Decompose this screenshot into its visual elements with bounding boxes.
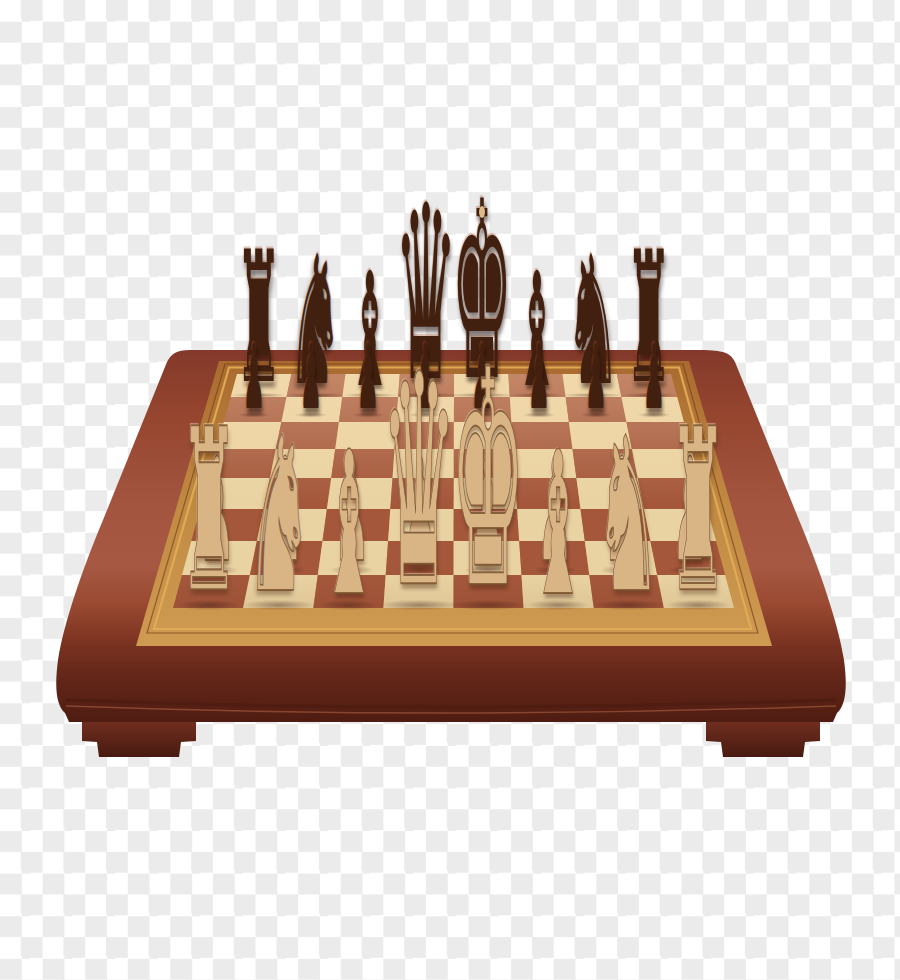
queen-glyph: ♛ bbox=[394, 173, 457, 415]
piece-shadow bbox=[176, 600, 242, 611]
king-glyph: ♚ bbox=[451, 331, 526, 630]
piece-shadow bbox=[637, 412, 671, 417]
piece-shadow bbox=[579, 412, 613, 417]
knight-glyph: ♞ bbox=[594, 410, 662, 624]
knight-glyph: ♞ bbox=[565, 232, 621, 411]
piece-shadow bbox=[665, 600, 731, 611]
pawn-glyph: ♟ bbox=[528, 333, 550, 423]
pawn-glyph: ♟ bbox=[414, 333, 436, 423]
pawn-glyph: ♟ bbox=[642, 333, 664, 423]
pieces-layer: ♜♞♝♛♚♝♞♜♟♟♟♟♟♟♟♟♟♟♟♟♟♟♟♟♜♞♝♛♚♝♞♜ bbox=[0, 0, 900, 980]
pawn-glyph: ♟ bbox=[471, 333, 493, 423]
pawn-glyph: ♟ bbox=[267, 438, 302, 582]
bishop-glyph: ♝ bbox=[321, 425, 377, 623]
rook-glyph: ♜ bbox=[180, 399, 238, 623]
pawn-glyph: ♟ bbox=[300, 333, 322, 423]
knight-glyph: ♞ bbox=[287, 232, 343, 411]
piece-shadow bbox=[317, 600, 381, 611]
piece-shadow bbox=[330, 565, 375, 575]
piece-shadow bbox=[237, 412, 271, 417]
piece-shadow bbox=[522, 412, 556, 417]
chess-set-photo: ♜♞♝♛♚♝♞♜♟♟♟♟♟♟♟♟♟♟♟♟♟♟♟♟♜♞♝♛♚♝♞♜ bbox=[0, 0, 900, 980]
piece-shadow bbox=[408, 412, 442, 417]
pawn-glyph: ♟ bbox=[585, 333, 607, 423]
piece-shadow bbox=[561, 393, 625, 398]
bishop-glyph: ♝ bbox=[531, 425, 587, 623]
piece-shadow bbox=[600, 565, 645, 575]
pawn-glyph: ♟ bbox=[402, 438, 437, 582]
bishop-glyph: ♝ bbox=[348, 252, 393, 410]
piece-shadow bbox=[465, 565, 510, 575]
piece-shadow bbox=[448, 600, 529, 611]
piece-shadow bbox=[465, 412, 499, 417]
pawn-glyph: ♟ bbox=[357, 333, 379, 423]
piece-shadow bbox=[397, 565, 442, 575]
queen-glyph: ♛ bbox=[380, 338, 456, 630]
piece-shadow bbox=[231, 393, 287, 398]
knight-glyph: ♞ bbox=[245, 410, 313, 624]
piece-shadow bbox=[591, 600, 665, 611]
pawn-glyph: ♟ bbox=[537, 438, 572, 582]
pawn-glyph: ♟ bbox=[470, 438, 505, 582]
piece-shadow bbox=[377, 600, 459, 611]
rook-glyph: ♜ bbox=[235, 228, 282, 409]
pawn-glyph: ♟ bbox=[335, 438, 370, 582]
pawn-glyph: ♟ bbox=[243, 333, 265, 423]
piece-shadow bbox=[351, 412, 385, 417]
piece-shadow bbox=[510, 393, 564, 398]
king-glyph: ♚ bbox=[451, 170, 513, 416]
rook-glyph: ♜ bbox=[625, 228, 672, 409]
piece-shadow bbox=[262, 565, 307, 575]
piece-shadow bbox=[621, 393, 677, 398]
dark-king-finial-tip bbox=[479, 206, 485, 218]
piece-shadow bbox=[527, 600, 591, 611]
piece-shadow bbox=[195, 565, 240, 575]
piece-shadow bbox=[343, 393, 397, 398]
piece-shadow bbox=[391, 393, 462, 398]
piece-shadow bbox=[283, 393, 347, 398]
pawn-glyph: ♟ bbox=[605, 438, 640, 582]
piece-shadow bbox=[294, 412, 328, 417]
rook-glyph: ♜ bbox=[669, 399, 727, 623]
pawn-glyph: ♟ bbox=[200, 438, 235, 582]
piece-shadow bbox=[532, 565, 577, 575]
piece-shadow bbox=[447, 393, 516, 398]
pawn-glyph: ♟ bbox=[673, 438, 708, 582]
piece-shadow bbox=[667, 565, 712, 575]
bishop-glyph: ♝ bbox=[515, 252, 560, 410]
piece-shadow bbox=[241, 600, 315, 611]
